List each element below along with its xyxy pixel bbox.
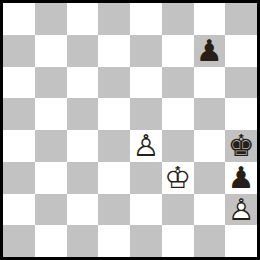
black-king-fill-glyph: ♚: [225, 130, 257, 162]
square-h8[interactable]: [225, 3, 257, 35]
square-g5[interactable]: [194, 98, 226, 130]
square-d5[interactable]: [98, 98, 130, 130]
black-pawn[interactable]: ♟: [194, 35, 226, 67]
square-e5[interactable]: [130, 98, 162, 130]
square-c4[interactable]: [67, 130, 99, 162]
square-c3[interactable]: [67, 162, 99, 194]
square-g6[interactable]: [194, 67, 226, 99]
square-d1[interactable]: [98, 225, 130, 257]
square-h7[interactable]: [225, 35, 257, 67]
white-pawn-outline-glyph: ♙: [130, 130, 162, 162]
square-h3[interactable]: ♟: [225, 162, 257, 194]
square-g4[interactable]: [194, 130, 226, 162]
white-king-outline-glyph: ♔: [162, 162, 194, 194]
square-b2[interactable]: [35, 194, 67, 226]
chessboard: ♟♟♙♚♚♔♟♟♙: [3, 3, 257, 257]
chessboard-frame: ♟♟♙♚♚♔♟♟♙: [0, 0, 260, 260]
square-c5[interactable]: [67, 98, 99, 130]
square-e6[interactable]: [130, 67, 162, 99]
square-h2[interactable]: ♟♙: [225, 194, 257, 226]
white-pawn[interactable]: ♟♙: [130, 130, 162, 162]
square-h4[interactable]: ♚: [225, 130, 257, 162]
black-king[interactable]: ♚: [225, 130, 257, 162]
square-b1[interactable]: [35, 225, 67, 257]
square-e3[interactable]: [130, 162, 162, 194]
white-pawn-outline-glyph: ♙: [225, 194, 257, 226]
square-b4[interactable]: [35, 130, 67, 162]
square-c2[interactable]: [67, 194, 99, 226]
square-a2[interactable]: [3, 194, 35, 226]
square-c1[interactable]: [67, 225, 99, 257]
square-f8[interactable]: [162, 3, 194, 35]
square-b6[interactable]: [35, 67, 67, 99]
black-pawn-fill-glyph: ♟: [225, 162, 257, 194]
square-f7[interactable]: [162, 35, 194, 67]
square-g3[interactable]: [194, 162, 226, 194]
square-e8[interactable]: [130, 3, 162, 35]
square-f5[interactable]: [162, 98, 194, 130]
white-king[interactable]: ♚♔: [162, 162, 194, 194]
square-a7[interactable]: [3, 35, 35, 67]
square-f3[interactable]: ♚♔: [162, 162, 194, 194]
square-e4[interactable]: ♟♙: [130, 130, 162, 162]
square-e7[interactable]: [130, 35, 162, 67]
square-h6[interactable]: [225, 67, 257, 99]
square-f2[interactable]: [162, 194, 194, 226]
square-g1[interactable]: [194, 225, 226, 257]
square-g7[interactable]: ♟: [194, 35, 226, 67]
square-b7[interactable]: [35, 35, 67, 67]
square-a6[interactable]: [3, 67, 35, 99]
square-h1[interactable]: [225, 225, 257, 257]
black-pawn-fill-glyph: ♟: [194, 35, 226, 67]
square-f6[interactable]: [162, 67, 194, 99]
square-d4[interactable]: [98, 130, 130, 162]
square-b3[interactable]: [35, 162, 67, 194]
square-e2[interactable]: [130, 194, 162, 226]
square-a1[interactable]: [3, 225, 35, 257]
square-e1[interactable]: [130, 225, 162, 257]
square-h5[interactable]: [225, 98, 257, 130]
white-pawn[interactable]: ♟♙: [225, 194, 257, 226]
square-b5[interactable]: [35, 98, 67, 130]
square-c8[interactable]: [67, 3, 99, 35]
square-f4[interactable]: [162, 130, 194, 162]
square-a4[interactable]: [3, 130, 35, 162]
square-d8[interactable]: [98, 3, 130, 35]
square-a8[interactable]: [3, 3, 35, 35]
square-f1[interactable]: [162, 225, 194, 257]
square-c6[interactable]: [67, 67, 99, 99]
square-g8[interactable]: [194, 3, 226, 35]
square-d3[interactable]: [98, 162, 130, 194]
square-d6[interactable]: [98, 67, 130, 99]
square-a3[interactable]: [3, 162, 35, 194]
square-c7[interactable]: [67, 35, 99, 67]
square-d2[interactable]: [98, 194, 130, 226]
square-d7[interactable]: [98, 35, 130, 67]
square-a5[interactable]: [3, 98, 35, 130]
square-g2[interactable]: [194, 194, 226, 226]
black-pawn[interactable]: ♟: [225, 162, 257, 194]
square-b8[interactable]: [35, 3, 67, 35]
